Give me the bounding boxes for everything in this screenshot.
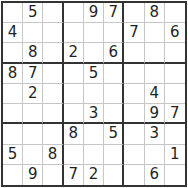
cell-r1c3[interactable] bbox=[43, 3, 63, 23]
cell-r7c4[interactable]: 8 bbox=[64, 124, 84, 144]
cell-r3c3[interactable] bbox=[43, 43, 63, 63]
cell-r8c9[interactable]: 1 bbox=[165, 145, 185, 165]
cell-r2c8[interactable] bbox=[145, 23, 165, 43]
cell-r8c3[interactable]: 8 bbox=[43, 145, 63, 165]
cell-r8c7[interactable] bbox=[124, 145, 144, 165]
cell-r1c7[interactable] bbox=[124, 3, 144, 23]
cell-r3c7[interactable] bbox=[124, 43, 144, 63]
cell-r4c8[interactable] bbox=[145, 64, 165, 84]
cell-r7c6[interactable]: 5 bbox=[104, 124, 124, 144]
cell-r2c9[interactable]: 6 bbox=[165, 23, 185, 43]
cell-r5c9[interactable] bbox=[165, 84, 185, 104]
cell-r4c2[interactable]: 7 bbox=[23, 64, 43, 84]
cell-r1c1[interactable] bbox=[3, 3, 23, 23]
cell-r1c5[interactable]: 9 bbox=[84, 3, 104, 23]
cell-r8c4[interactable] bbox=[64, 145, 84, 165]
cell-r6c8[interactable]: 9 bbox=[145, 104, 165, 124]
cell-r6c3[interactable] bbox=[43, 104, 63, 124]
cell-r9c7[interactable] bbox=[124, 165, 144, 185]
cell-r2c7[interactable]: 7 bbox=[124, 23, 144, 43]
cell-r3c6[interactable]: 6 bbox=[104, 43, 124, 63]
cell-r2c1[interactable]: 4 bbox=[3, 23, 23, 43]
cell-r8c6[interactable] bbox=[104, 145, 124, 165]
cell-r5c7[interactable] bbox=[124, 84, 144, 104]
cell-r3c8[interactable] bbox=[145, 43, 165, 63]
cell-r9c5[interactable]: 2 bbox=[84, 165, 104, 185]
cell-r2c6[interactable] bbox=[104, 23, 124, 43]
cell-r9c9[interactable] bbox=[165, 165, 185, 185]
cell-r9c2[interactable]: 9 bbox=[23, 165, 43, 185]
cell-r7c7[interactable] bbox=[124, 124, 144, 144]
cell-r6c6[interactable] bbox=[104, 104, 124, 124]
cell-r8c5[interactable] bbox=[84, 145, 104, 165]
cell-r8c1[interactable]: 5 bbox=[3, 145, 23, 165]
cell-r6c1[interactable] bbox=[3, 104, 23, 124]
cell-r2c4[interactable] bbox=[64, 23, 84, 43]
cell-r4c3[interactable] bbox=[43, 64, 63, 84]
cell-r7c3[interactable] bbox=[43, 124, 63, 144]
cell-r7c2[interactable] bbox=[23, 124, 43, 144]
cell-r5c6[interactable] bbox=[104, 84, 124, 104]
cell-r1c6[interactable]: 7 bbox=[104, 3, 124, 23]
cell-r9c8[interactable]: 6 bbox=[145, 165, 165, 185]
cell-r2c5[interactable] bbox=[84, 23, 104, 43]
cell-r5c4[interactable] bbox=[64, 84, 84, 104]
cell-r9c4[interactable]: 7 bbox=[64, 165, 84, 185]
cell-r4c1[interactable]: 8 bbox=[3, 64, 23, 84]
cell-r5c2[interactable]: 2 bbox=[23, 84, 43, 104]
cell-r5c5[interactable] bbox=[84, 84, 104, 104]
cell-r2c3[interactable] bbox=[43, 23, 63, 43]
cell-r5c1[interactable] bbox=[3, 84, 23, 104]
cell-r7c9[interactable] bbox=[165, 124, 185, 144]
cell-r3c1[interactable] bbox=[3, 43, 23, 63]
cell-r4c7[interactable] bbox=[124, 64, 144, 84]
cell-r9c6[interactable] bbox=[104, 165, 124, 185]
cell-r7c8[interactable]: 3 bbox=[145, 124, 165, 144]
cell-r3c9[interactable] bbox=[165, 43, 185, 63]
cell-r2c2[interactable] bbox=[23, 23, 43, 43]
cell-r5c3[interactable] bbox=[43, 84, 63, 104]
cell-r7c1[interactable] bbox=[3, 124, 23, 144]
cell-r9c3[interactable] bbox=[43, 165, 63, 185]
cell-r6c2[interactable] bbox=[23, 104, 43, 124]
cell-r6c9[interactable]: 7 bbox=[165, 104, 185, 124]
cell-r6c7[interactable] bbox=[124, 104, 144, 124]
cell-r4c4[interactable] bbox=[64, 64, 84, 84]
cell-r6c4[interactable] bbox=[64, 104, 84, 124]
cell-r4c9[interactable] bbox=[165, 64, 185, 84]
cell-r8c2[interactable] bbox=[23, 145, 43, 165]
sudoku-board: 5978476826875243978535819726 bbox=[1, 1, 187, 187]
cell-r1c9[interactable] bbox=[165, 3, 185, 23]
cell-r4c5[interactable]: 5 bbox=[84, 64, 104, 84]
cell-r7c5[interactable] bbox=[84, 124, 104, 144]
cell-r3c4[interactable]: 2 bbox=[64, 43, 84, 63]
cell-r8c8[interactable] bbox=[145, 145, 165, 165]
cell-r9c1[interactable] bbox=[3, 165, 23, 185]
cell-r1c8[interactable]: 8 bbox=[145, 3, 165, 23]
cell-r5c8[interactable]: 4 bbox=[145, 84, 165, 104]
cell-r6c5[interactable]: 3 bbox=[84, 104, 104, 124]
cell-r3c5[interactable] bbox=[84, 43, 104, 63]
cell-r4c6[interactable] bbox=[104, 64, 124, 84]
cell-r1c4[interactable] bbox=[64, 3, 84, 23]
cell-r1c2[interactable]: 5 bbox=[23, 3, 43, 23]
cell-r3c2[interactable]: 8 bbox=[23, 43, 43, 63]
